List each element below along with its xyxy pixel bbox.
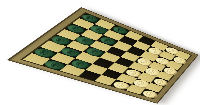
photo-stage: ⛂⛂⛂⛂⛂⛂⛂⛂⛂⛂⛂⛂⛀⛀⛀⛀⛀⛀⛀⛀⛀⛀⛀⛀ xyxy=(0,0,200,105)
checkers-board: ⛂⛂⛂⛂⛂⛂⛂⛂⛂⛂⛂⛂⛀⛀⛀⛀⛀⛀⛀⛀⛀⛀⛀⛀ xyxy=(7,7,199,104)
